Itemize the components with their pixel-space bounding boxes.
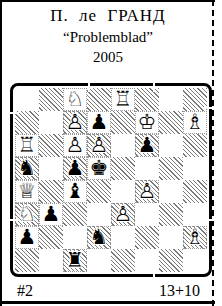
square-f7: ♚♔ bbox=[135, 111, 159, 134]
square-a5: ♞♞ bbox=[15, 157, 39, 180]
scan-tick-left-1 bbox=[8, 112, 19, 114]
piece-halo: ♞ bbox=[15, 203, 39, 226]
piece-halo: ♟ bbox=[39, 203, 63, 226]
scan-tick-top-1 bbox=[88, 81, 90, 92]
piece-halo: ♝ bbox=[183, 111, 207, 134]
square-h4 bbox=[183, 180, 207, 203]
square-b2 bbox=[39, 226, 63, 249]
piece-halo: ♝ bbox=[183, 226, 207, 249]
scan-tick-left-2 bbox=[8, 219, 19, 221]
scan-tick-bottom-1 bbox=[153, 269, 155, 280]
author-name: П. ле ГРАНД bbox=[2, 5, 214, 27]
square-g8 bbox=[159, 88, 183, 111]
square-a1 bbox=[15, 249, 39, 272]
white-pawn-c7: ♙ bbox=[63, 111, 87, 134]
square-a3: ♞♘ bbox=[15, 203, 39, 226]
piece-halo: ♟ bbox=[63, 134, 87, 157]
piece-halo: ♟ bbox=[63, 111, 87, 134]
piece-halo: ♞ bbox=[87, 226, 111, 249]
scan-tick-right-1 bbox=[204, 107, 215, 109]
piece-halo: ♟ bbox=[135, 180, 159, 203]
square-g5 bbox=[159, 157, 183, 180]
page-border-bottom bbox=[0, 301, 215, 304]
square-f8 bbox=[135, 88, 159, 111]
square-e2 bbox=[111, 226, 135, 249]
piece-halo: ♟ bbox=[135, 134, 159, 157]
square-h2: ♝♗ bbox=[183, 226, 207, 249]
chess-board: ♞♘♜♖♟♙♟♟♚♔♝♗♜♖♟♙♟♙♟♟♞♞♟♟♚♚♛♕♝♝♟♙♞♘♟♟♟♙♟♟… bbox=[15, 88, 207, 272]
square-e7 bbox=[111, 111, 135, 134]
white-bishop-h2: ♗ bbox=[183, 226, 207, 249]
square-d1 bbox=[87, 249, 111, 272]
square-d8 bbox=[87, 88, 111, 111]
white-pawn-e3: ♙ bbox=[111, 203, 135, 226]
square-c4: ♝♝ bbox=[63, 180, 87, 203]
square-g4 bbox=[159, 180, 183, 203]
square-b7 bbox=[39, 111, 63, 134]
chess-board-frame: ♞♘♜♖♟♙♟♟♚♔♝♗♜♖♟♙♟♙♟♟♞♞♟♟♚♚♛♕♝♝♟♙♞♘♟♟♟♙♟♟… bbox=[10, 83, 212, 277]
square-c1: ♜♜ bbox=[63, 249, 87, 272]
square-e3: ♟♙ bbox=[111, 203, 135, 226]
piece-halo: ♟ bbox=[87, 134, 111, 157]
black-pawn-a2: ♟ bbox=[15, 226, 39, 249]
square-f2 bbox=[135, 226, 159, 249]
square-b8 bbox=[39, 88, 63, 111]
white-pawn-f4: ♙ bbox=[135, 180, 159, 203]
square-h6 bbox=[183, 134, 207, 157]
square-a2: ♟♟ bbox=[15, 226, 39, 249]
piece-halo: ♞ bbox=[15, 157, 39, 180]
black-pawn-c5: ♟ bbox=[63, 157, 87, 180]
material-count-label: 13+10 bbox=[159, 282, 200, 300]
square-f1 bbox=[135, 249, 159, 272]
black-pawn-d7: ♟ bbox=[87, 111, 111, 134]
white-rook-e8: ♖ bbox=[111, 88, 135, 111]
square-b1 bbox=[39, 249, 63, 272]
square-e4 bbox=[111, 180, 135, 203]
publication-year: 2005 bbox=[2, 47, 214, 67]
source-publication: “Problemblad” bbox=[2, 27, 214, 47]
square-a8 bbox=[15, 88, 39, 111]
page-border-top bbox=[0, 0, 215, 2]
piece-halo: ♚ bbox=[135, 111, 159, 134]
square-b3: ♟♟ bbox=[39, 203, 63, 226]
square-a4: ♛♕ bbox=[15, 180, 39, 203]
square-h3 bbox=[183, 203, 207, 226]
piece-halo: ♛ bbox=[15, 180, 39, 203]
piece-halo: ♚ bbox=[87, 157, 111, 180]
square-h7: ♝♗ bbox=[183, 111, 207, 134]
square-g7 bbox=[159, 111, 183, 134]
white-knight-c8: ♘ bbox=[63, 88, 87, 111]
square-f6: ♟♟ bbox=[135, 134, 159, 157]
square-f4: ♟♙ bbox=[135, 180, 159, 203]
black-knight-d2: ♞ bbox=[87, 226, 111, 249]
square-d5: ♚♚ bbox=[87, 157, 111, 180]
square-b5 bbox=[39, 157, 63, 180]
black-pawn-b3: ♟ bbox=[39, 203, 63, 226]
square-d2: ♞♞ bbox=[87, 226, 111, 249]
piece-halo: ♜ bbox=[15, 134, 39, 157]
square-a7 bbox=[15, 111, 39, 134]
white-pawn-c6: ♙ bbox=[63, 134, 87, 157]
black-rook-c1: ♜ bbox=[63, 249, 87, 272]
square-c6: ♟♙ bbox=[63, 134, 87, 157]
square-d4 bbox=[87, 180, 111, 203]
black-king-d5: ♚ bbox=[87, 157, 111, 180]
square-d3 bbox=[87, 203, 111, 226]
square-f3 bbox=[135, 203, 159, 226]
square-h1 bbox=[183, 249, 207, 272]
square-g3 bbox=[159, 203, 183, 226]
stipulation-label: #2 bbox=[17, 282, 33, 300]
square-a6: ♜♖ bbox=[15, 134, 39, 157]
square-e1 bbox=[111, 249, 135, 272]
square-g2 bbox=[159, 226, 183, 249]
square-c2 bbox=[63, 226, 87, 249]
square-b6 bbox=[39, 134, 63, 157]
piece-halo: ♟ bbox=[87, 111, 111, 134]
square-g1 bbox=[159, 249, 183, 272]
square-d6: ♟♙ bbox=[87, 134, 111, 157]
square-f5 bbox=[135, 157, 159, 180]
black-pawn-f6: ♟ bbox=[135, 134, 159, 157]
scan-tick-right-2 bbox=[204, 219, 215, 221]
square-d7: ♟♟ bbox=[87, 111, 111, 134]
square-c3 bbox=[63, 203, 87, 226]
black-knight-a5: ♞ bbox=[15, 157, 39, 180]
white-king-f7: ♔ bbox=[135, 111, 159, 134]
square-e6 bbox=[111, 134, 135, 157]
square-c7: ♟♙ bbox=[63, 111, 87, 134]
square-e8: ♜♖ bbox=[111, 88, 135, 111]
white-rook-a6: ♖ bbox=[15, 134, 39, 157]
white-queen-a4: ♕ bbox=[15, 180, 39, 203]
white-knight-a3: ♘ bbox=[15, 203, 39, 226]
piece-halo: ♜ bbox=[111, 88, 135, 111]
square-c8: ♞♘ bbox=[63, 88, 87, 111]
piece-halo: ♟ bbox=[111, 203, 135, 226]
piece-halo: ♝ bbox=[63, 180, 87, 203]
square-g6 bbox=[159, 134, 183, 157]
white-bishop-h7: ♗ bbox=[183, 111, 207, 134]
piece-halo: ♟ bbox=[15, 226, 39, 249]
square-c5: ♟♟ bbox=[63, 157, 87, 180]
scan-tick-top-2 bbox=[153, 81, 155, 92]
square-b4 bbox=[39, 180, 63, 203]
piece-halo: ♞ bbox=[63, 88, 87, 111]
diagram-header: П. ле ГРАНД “Problemblad” 2005 bbox=[2, 5, 214, 67]
chess-problem-page: П. ле ГРАНД “Problemblad” 2005 ♞♘♜♖♟♙♟♟♚… bbox=[0, 0, 222, 306]
square-h5 bbox=[183, 157, 207, 180]
white-pawn-d6: ♙ bbox=[87, 134, 111, 157]
square-e5 bbox=[111, 157, 135, 180]
piece-halo: ♟ bbox=[63, 157, 87, 180]
black-bishop-c4: ♝ bbox=[63, 180, 87, 203]
piece-halo: ♜ bbox=[63, 249, 87, 272]
